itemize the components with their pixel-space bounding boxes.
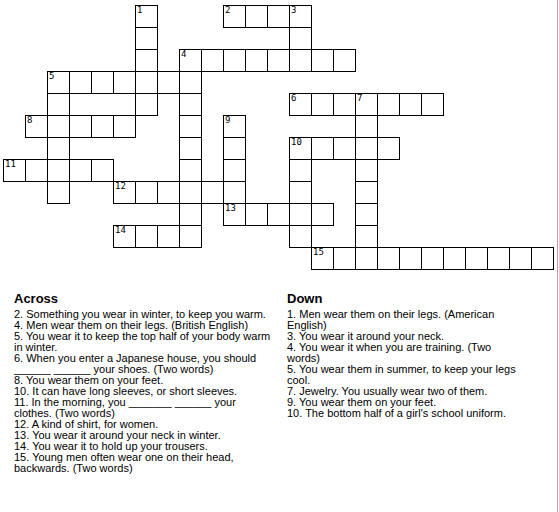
down-clue-list: 1. Men wear them on their legs. (America… — [287, 309, 527, 419]
grid-cell[interactable] — [421, 247, 444, 270]
grid-cell[interactable] — [443, 247, 466, 270]
grid-cell[interactable] — [333, 137, 356, 160]
clue-down-10: 10. The bottom half of a girl's school u… — [287, 408, 527, 419]
grid-cell[interactable] — [399, 93, 422, 116]
grid-cell[interactable] — [179, 137, 202, 160]
grid-cell[interactable] — [245, 49, 268, 72]
cell-number: 5 — [49, 72, 54, 81]
grid-cell[interactable] — [355, 181, 378, 204]
grid-cell[interactable] — [135, 27, 158, 50]
grid-cell[interactable]: 13 — [223, 203, 246, 226]
grid-cell[interactable] — [179, 159, 202, 182]
grid-cell[interactable] — [333, 247, 356, 270]
grid-cell[interactable] — [135, 225, 158, 248]
grid-cell[interactable] — [179, 181, 202, 204]
grid-cell[interactable]: 6 — [289, 93, 312, 116]
grid-cell[interactable] — [113, 115, 136, 138]
grid-cell[interactable]: 2 — [223, 5, 246, 28]
grid-cell[interactable] — [377, 137, 400, 160]
grid-cell[interactable] — [179, 71, 202, 94]
cell-number: 4 — [181, 50, 186, 59]
clue-across-11: 11. In the morning, you _______ ______ y… — [14, 397, 272, 419]
grid-cell[interactable]: 12 — [113, 181, 136, 204]
grid-cell[interactable] — [69, 159, 92, 182]
grid-cell[interactable] — [47, 115, 70, 138]
grid-cell[interactable]: 7 — [355, 93, 378, 116]
down-heading: Down — [287, 292, 527, 306]
grid-cell[interactable] — [377, 247, 400, 270]
grid-cell[interactable] — [377, 93, 400, 116]
grid-cell[interactable] — [69, 71, 92, 94]
clue-down-1: 1. Men wear them on their legs. (America… — [287, 309, 527, 331]
clue-down-4: 4. You wear it when you are training. (T… — [287, 342, 527, 364]
cell-number: 2 — [225, 6, 230, 15]
grid-cell[interactable]: 14 — [113, 225, 136, 248]
grid-cell[interactable] — [223, 181, 246, 204]
cell-number: 6 — [291, 94, 296, 103]
grid-cell[interactable] — [25, 159, 48, 182]
cell-number: 11 — [5, 160, 16, 169]
across-clues-section: Across 2. Something you wear in winter, … — [14, 292, 272, 474]
grid-cell[interactable] — [69, 115, 92, 138]
grid-cell[interactable] — [355, 159, 378, 182]
grid-cell[interactable]: 10 — [289, 137, 312, 160]
clue-down-5: 5. You wear them in summer, to keep your… — [287, 364, 527, 386]
grid-cell[interactable] — [135, 49, 158, 72]
grid-cell[interactable] — [355, 247, 378, 270]
grid-cell[interactable] — [333, 93, 356, 116]
down-clues-section: Down 1. Men wear them on their legs. (Am… — [287, 292, 527, 419]
grid-cell[interactable] — [289, 49, 312, 72]
cell-number: 1 — [137, 6, 142, 15]
grid-cell[interactable] — [311, 49, 334, 72]
grid-cell[interactable] — [289, 27, 312, 50]
grid-cell[interactable] — [91, 159, 114, 182]
grid-cell[interactable]: 8 — [25, 115, 48, 138]
grid-cell[interactable] — [355, 115, 378, 138]
grid-cell[interactable] — [289, 225, 312, 248]
grid-cell[interactable] — [47, 93, 70, 116]
grid-cell[interactable] — [487, 247, 510, 270]
cell-number: 12 — [115, 182, 126, 191]
grid-cell[interactable]: 4 — [179, 49, 202, 72]
clue-across-15: 15. Young men often wear one on their he… — [14, 452, 272, 474]
grid-cell[interactable]: 15 — [311, 247, 334, 270]
grid-cell[interactable] — [421, 93, 444, 116]
across-heading: Across — [14, 292, 272, 306]
grid-cell[interactable] — [223, 49, 246, 72]
cell-number: 14 — [115, 226, 126, 235]
grid-cell[interactable] — [201, 181, 224, 204]
grid-cell[interactable]: 3 — [289, 5, 312, 28]
grid-cell[interactable] — [267, 203, 290, 226]
grid-cell[interactable] — [509, 247, 532, 270]
window-right-border — [557, 0, 558, 512]
grid-cell[interactable] — [311, 203, 334, 226]
grid-cell[interactable] — [267, 49, 290, 72]
grid-cell[interactable] — [355, 137, 378, 160]
grid-cell[interactable] — [47, 159, 70, 182]
grid-cell[interactable]: 1 — [135, 5, 158, 28]
grid-cell[interactable] — [289, 203, 312, 226]
grid-cell[interactable] — [179, 93, 202, 116]
grid-cell[interactable] — [113, 71, 136, 94]
grid-cell[interactable] — [333, 49, 356, 72]
grid-cell[interactable] — [135, 181, 158, 204]
grid-cell[interactable] — [47, 181, 70, 204]
grid-cell[interactable] — [157, 225, 180, 248]
grid-cell[interactable] — [223, 137, 246, 160]
grid-cell[interactable] — [91, 115, 114, 138]
grid-cell[interactable] — [289, 181, 312, 204]
grid-cell[interactable] — [355, 203, 378, 226]
clue-across-6: 6. When you enter a Japanese house, you … — [14, 353, 272, 375]
cell-number: 15 — [313, 248, 324, 257]
grid-cell[interactable] — [311, 93, 334, 116]
grid-cell[interactable] — [245, 5, 268, 28]
grid-cell[interactable] — [311, 137, 334, 160]
grid-cell[interactable] — [355, 225, 378, 248]
grid-cell[interactable] — [179, 203, 202, 226]
grid-cell[interactable] — [179, 115, 202, 138]
clue-across-5: 5. You wear it to keep the top half of y… — [14, 331, 272, 353]
cell-number: 7 — [357, 94, 362, 103]
cell-number: 8 — [27, 116, 32, 125]
grid-cell[interactable] — [47, 137, 70, 160]
grid-cell[interactable] — [91, 71, 114, 94]
grid-cell[interactable] — [135, 71, 158, 94]
crossword-grid: 123456789101112131415 — [3, 5, 554, 270]
crossword-page: { "game": "crossword", "position": [ "##… — [0, 0, 559, 512]
grid-cell[interactable] — [157, 181, 180, 204]
grid-cell[interactable] — [289, 159, 312, 182]
grid-cell[interactable] — [179, 225, 202, 248]
grid-cell[interactable] — [531, 247, 554, 270]
cell-number: 9 — [225, 116, 230, 125]
grid-cell[interactable]: 5 — [47, 71, 70, 94]
grid-cell[interactable] — [135, 93, 158, 116]
grid-cell[interactable] — [399, 247, 422, 270]
grid-cell[interactable]: 9 — [223, 115, 246, 138]
cell-number: 3 — [291, 6, 296, 15]
grid-cell[interactable]: 11 — [3, 159, 26, 182]
cell-number: 13 — [225, 204, 236, 213]
across-clue-list: 2. Something you wear in winter, to keep… — [14, 309, 272, 474]
grid-cell[interactable] — [245, 203, 268, 226]
grid-cell[interactable] — [201, 49, 224, 72]
cell-number: 10 — [291, 138, 302, 147]
grid-cell[interactable] — [267, 5, 290, 28]
grid-cell[interactable] — [223, 159, 246, 182]
grid-cell[interactable] — [465, 247, 488, 270]
grid-cell[interactable] — [157, 71, 180, 94]
